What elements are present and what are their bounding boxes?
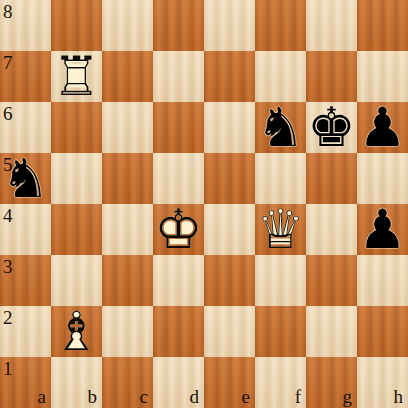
square-a6[interactable]: 6 [0,102,51,153]
square-b8[interactable] [51,0,102,51]
square-c2[interactable] [102,306,153,357]
rank-label-2: 2 [3,308,13,327]
square-h8[interactable] [357,0,408,51]
square-b5[interactable] [51,153,102,204]
square-h7[interactable] [357,51,408,102]
square-d8[interactable] [153,0,204,51]
square-b4[interactable] [51,204,102,255]
square-d1[interactable]: d [153,357,204,408]
black-pawn[interactable]: ♟ [357,102,408,153]
square-h5[interactable] [357,153,408,204]
square-f3[interactable] [255,255,306,306]
white-bishop[interactable]: ♝♗ [51,306,102,357]
square-c6[interactable] [102,102,153,153]
file-label-h: h [394,387,404,406]
file-label-e: e [242,387,250,406]
white-king[interactable]: ♚♔ [153,204,204,255]
square-a2[interactable]: 2 [0,306,51,357]
square-d3[interactable] [153,255,204,306]
black-knight-icon: ♞ [0,153,51,204]
square-b7[interactable]: ♜♖ [51,51,102,102]
square-c8[interactable] [102,0,153,51]
square-d7[interactable] [153,51,204,102]
square-f2[interactable] [255,306,306,357]
square-g7[interactable] [306,51,357,102]
square-b3[interactable] [51,255,102,306]
black-pawn-icon: ♟ [357,102,408,153]
square-g1[interactable]: g [306,357,357,408]
rank-label-4: 4 [3,206,13,225]
square-e2[interactable] [204,306,255,357]
square-g2[interactable] [306,306,357,357]
square-d4[interactable]: ♚♔ [153,204,204,255]
rank-label-3: 3 [3,257,13,276]
rank-label-1: 1 [3,359,13,378]
square-e7[interactable] [204,51,255,102]
white-queen-icon: ♕ [255,204,306,255]
file-label-d: d [190,387,200,406]
square-a4[interactable]: 4 [0,204,51,255]
square-h1[interactable]: h [357,357,408,408]
file-label-a: a [38,387,46,406]
black-king-icon: ♚ [306,102,357,153]
rank-label-7: 7 [3,53,13,72]
square-e1[interactable]: e [204,357,255,408]
square-g3[interactable] [306,255,357,306]
white-king-icon: ♔ [153,204,204,255]
square-f8[interactable] [255,0,306,51]
file-label-c: c [140,387,148,406]
square-b1[interactable]: b [51,357,102,408]
white-rook-icon: ♖ [51,51,102,102]
square-f6[interactable]: ♞ [255,102,306,153]
square-c3[interactable] [102,255,153,306]
square-d6[interactable] [153,102,204,153]
file-label-b: b [88,387,98,406]
black-knight-icon: ♞ [255,102,306,153]
square-e4[interactable] [204,204,255,255]
black-pawn[interactable]: ♟ [357,204,408,255]
file-label-f: f [295,387,301,406]
square-c7[interactable] [102,51,153,102]
square-a8[interactable]: 8 [0,0,51,51]
white-bishop-icon: ♗ [51,306,102,357]
white-rook[interactable]: ♜♖ [51,51,102,102]
square-c1[interactable]: c [102,357,153,408]
square-e5[interactable] [204,153,255,204]
square-c4[interactable] [102,204,153,255]
square-b6[interactable] [51,102,102,153]
square-a5[interactable]: 5♞ [0,153,51,204]
square-c5[interactable] [102,153,153,204]
square-g5[interactable] [306,153,357,204]
black-pawn-icon: ♟ [357,204,408,255]
square-e8[interactable] [204,0,255,51]
square-g8[interactable] [306,0,357,51]
black-knight[interactable]: ♞ [0,153,51,204]
square-f5[interactable] [255,153,306,204]
square-a3[interactable]: 3 [0,255,51,306]
square-a1[interactable]: 1a [0,357,51,408]
black-knight[interactable]: ♞ [255,102,306,153]
square-h3[interactable] [357,255,408,306]
chess-board: 87♜♖6♞♚♟5♞4♚♔♛♕♟32♝♗1abcdefgh [0,0,408,408]
square-a7[interactable]: 7 [0,51,51,102]
rank-label-8: 8 [3,2,13,21]
file-label-g: g [343,387,353,406]
square-d5[interactable] [153,153,204,204]
square-f1[interactable]: f [255,357,306,408]
square-g4[interactable] [306,204,357,255]
square-f7[interactable] [255,51,306,102]
square-b2[interactable]: ♝♗ [51,306,102,357]
square-e6[interactable] [204,102,255,153]
white-queen[interactable]: ♛♕ [255,204,306,255]
square-g6[interactable]: ♚ [306,102,357,153]
square-d2[interactable] [153,306,204,357]
square-e3[interactable] [204,255,255,306]
square-h6[interactable]: ♟ [357,102,408,153]
rank-label-6: 6 [3,104,13,123]
square-f4[interactable]: ♛♕ [255,204,306,255]
square-h2[interactable] [357,306,408,357]
black-king[interactable]: ♚ [306,102,357,153]
square-h4[interactable]: ♟ [357,204,408,255]
